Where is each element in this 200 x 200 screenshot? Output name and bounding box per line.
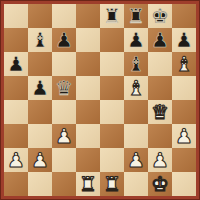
square-d1[interactable]: ♜ [76,172,100,196]
piece-black-pawn[interactable]: ♟ [175,28,193,52]
square-e3[interactable] [100,124,124,148]
piece-white-pawn[interactable]: ♟ [151,148,169,172]
square-h8[interactable] [172,4,196,28]
square-e2[interactable] [100,148,124,172]
piece-white-king[interactable]: ♚ [151,172,169,196]
piece-white-pawn[interactable]: ♟ [31,148,49,172]
square-b2[interactable]: ♟ [28,148,52,172]
square-c1[interactable] [52,172,76,196]
square-c4[interactable] [52,100,76,124]
piece-black-bishop[interactable]: ♝ [31,28,49,52]
square-d7[interactable] [76,28,100,52]
piece-white-pawn[interactable]: ♟ [55,124,73,148]
square-e8[interactable]: ♜ [100,4,124,28]
piece-black-pawn[interactable]: ♟ [7,52,25,76]
square-d8[interactable] [76,4,100,28]
square-g3[interactable] [148,124,172,148]
square-h1[interactable] [172,172,196,196]
square-b1[interactable] [28,172,52,196]
square-h2[interactable] [172,148,196,172]
piece-black-king[interactable]: ♚ [151,4,169,28]
piece-white-rook[interactable]: ♜ [79,172,97,196]
square-a3[interactable] [4,124,28,148]
square-c3[interactable]: ♟ [52,124,76,148]
square-f4[interactable] [124,100,148,124]
piece-black-pawn[interactable]: ♟ [55,28,73,52]
square-a4[interactable] [4,100,28,124]
piece-black-queen[interactable]: ♛ [55,76,73,100]
square-b5[interactable]: ♟ [28,76,52,100]
square-h4[interactable] [172,100,196,124]
square-h7[interactable]: ♟ [172,28,196,52]
chess-board-frame: ♜♜♚♝♟♟♟♟♟♝♝♟♛♝♛♟♟♟♟♟♟♜♜♚ [0,0,200,200]
square-d4[interactable] [76,100,100,124]
square-c5[interactable]: ♛ [52,76,76,100]
square-b6[interactable] [28,52,52,76]
square-c6[interactable] [52,52,76,76]
square-e5[interactable] [100,76,124,100]
square-e1[interactable]: ♜ [100,172,124,196]
piece-white-pawn[interactable]: ♟ [175,124,193,148]
square-e6[interactable] [100,52,124,76]
square-a5[interactable] [4,76,28,100]
piece-white-rook[interactable]: ♜ [103,172,121,196]
square-h5[interactable] [172,76,196,100]
square-h6[interactable]: ♝ [172,52,196,76]
piece-black-bishop[interactable]: ♝ [127,52,145,76]
chess-board: ♜♜♚♝♟♟♟♟♟♝♝♟♛♝♛♟♟♟♟♟♟♜♜♚ [4,4,196,196]
piece-black-rook[interactable]: ♜ [103,4,121,28]
square-a7[interactable] [4,28,28,52]
piece-black-rook[interactable]: ♜ [127,4,145,28]
square-f8[interactable]: ♜ [124,4,148,28]
square-b7[interactable]: ♝ [28,28,52,52]
square-f7[interactable]: ♟ [124,28,148,52]
square-a2[interactable]: ♟ [4,148,28,172]
piece-white-bishop[interactable]: ♝ [127,76,145,100]
square-g5[interactable] [148,76,172,100]
piece-white-bishop[interactable]: ♝ [175,52,193,76]
square-h3[interactable]: ♟ [172,124,196,148]
piece-white-queen[interactable]: ♛ [151,100,169,124]
piece-black-pawn[interactable]: ♟ [151,28,169,52]
square-f1[interactable] [124,172,148,196]
square-c8[interactable] [52,4,76,28]
square-g7[interactable]: ♟ [148,28,172,52]
square-g8[interactable]: ♚ [148,4,172,28]
square-g2[interactable]: ♟ [148,148,172,172]
square-a1[interactable] [4,172,28,196]
piece-white-pawn[interactable]: ♟ [7,148,25,172]
square-f6[interactable]: ♝ [124,52,148,76]
square-e7[interactable] [100,28,124,52]
piece-black-pawn[interactable]: ♟ [127,28,145,52]
square-g1[interactable]: ♚ [148,172,172,196]
square-g6[interactable] [148,52,172,76]
square-g4[interactable]: ♛ [148,100,172,124]
square-b3[interactable] [28,124,52,148]
piece-black-pawn[interactable]: ♟ [31,76,49,100]
square-b4[interactable] [28,100,52,124]
square-d2[interactable] [76,148,100,172]
square-f3[interactable] [124,124,148,148]
square-b8[interactable] [28,4,52,28]
square-e4[interactable] [100,100,124,124]
square-d5[interactable] [76,76,100,100]
square-c7[interactable]: ♟ [52,28,76,52]
square-f5[interactable]: ♝ [124,76,148,100]
square-d6[interactable] [76,52,100,76]
square-d3[interactable] [76,124,100,148]
square-f2[interactable]: ♟ [124,148,148,172]
square-a8[interactable] [4,4,28,28]
square-c2[interactable] [52,148,76,172]
piece-white-pawn[interactable]: ♟ [127,148,145,172]
square-a6[interactable]: ♟ [4,52,28,76]
